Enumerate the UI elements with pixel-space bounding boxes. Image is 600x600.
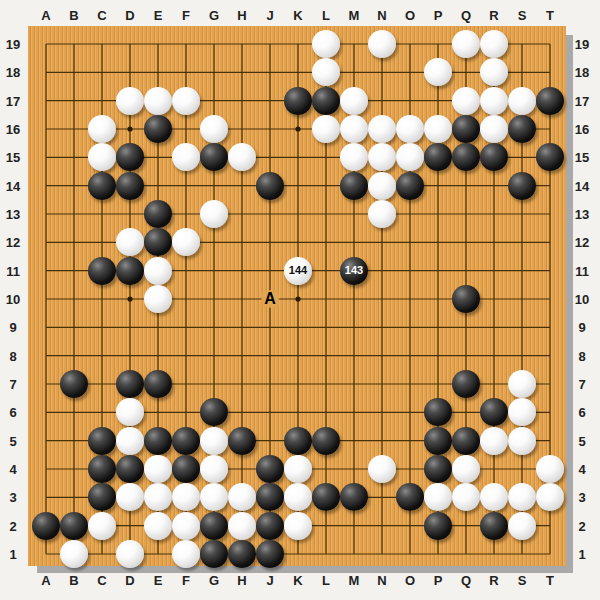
column-label-bottom: T	[546, 574, 554, 587]
black-stone-K5[interactable]	[284, 427, 312, 455]
white-stone-G3[interactable]	[200, 483, 228, 511]
row-label-left: 9	[9, 321, 16, 334]
white-stone-K3[interactable]	[284, 483, 312, 511]
white-stone-D1[interactable]	[116, 540, 144, 568]
white-stone-E11[interactable]	[144, 257, 172, 285]
white-stone-S7[interactable]	[508, 370, 536, 398]
white-stone-S5[interactable]	[508, 427, 536, 455]
column-label-top: G	[209, 9, 219, 22]
black-stone-M11[interactable]: 143	[340, 257, 368, 285]
black-stone-T15[interactable]	[536, 143, 564, 171]
row-label-right: 8	[578, 349, 585, 362]
row-label-right: 7	[578, 377, 585, 390]
white-stone-F12[interactable]	[172, 228, 200, 256]
column-label-top: O	[405, 9, 415, 22]
white-stone-B1[interactable]	[60, 540, 88, 568]
white-stone-Q3[interactable]	[452, 483, 480, 511]
column-label-bottom: Q	[461, 574, 471, 587]
column-label-top: F	[182, 9, 190, 22]
white-stone-F1[interactable]	[172, 540, 200, 568]
row-label-left: 11	[6, 264, 20, 277]
column-label-bottom: P	[434, 574, 443, 587]
white-stone-G5[interactable]	[200, 427, 228, 455]
white-stone-E4[interactable]	[144, 455, 172, 483]
black-stone-C11[interactable]	[88, 257, 116, 285]
white-stone-D17[interactable]	[116, 87, 144, 115]
black-stone-B2[interactable]	[60, 512, 88, 540]
column-label-bottom: N	[377, 574, 386, 587]
black-stone-E5[interactable]	[144, 427, 172, 455]
black-stone-L3[interactable]	[312, 483, 340, 511]
white-stone-Q19[interactable]	[452, 30, 480, 58]
column-label-bottom: M	[349, 574, 360, 587]
row-label-left: 3	[9, 491, 16, 504]
row-label-left: 19	[6, 38, 20, 51]
black-stone-Q7[interactable]	[452, 370, 480, 398]
black-stone-M3[interactable]	[340, 483, 368, 511]
row-label-left: 8	[9, 349, 16, 362]
black-stone-O14[interactable]	[396, 172, 424, 200]
row-label-right: 1	[578, 547, 585, 560]
row-label-left: 12	[6, 236, 20, 249]
white-stone-N15[interactable]	[368, 143, 396, 171]
row-label-right: 2	[578, 519, 585, 532]
black-stone-J2[interactable]	[256, 512, 284, 540]
row-label-right: 11	[575, 264, 589, 277]
column-label-top: C	[97, 9, 106, 22]
white-stone-E3[interactable]	[144, 483, 172, 511]
white-stone-D5[interactable]	[116, 427, 144, 455]
column-label-bottom: B	[69, 574, 78, 587]
black-stone-F5[interactable]	[172, 427, 200, 455]
row-label-right: 6	[578, 406, 585, 419]
row-label-right: 14	[575, 179, 589, 192]
column-label-top: T	[546, 9, 554, 22]
column-label-bottom: R	[489, 574, 498, 587]
row-label-right: 19	[575, 38, 589, 51]
column-label-bottom: O	[405, 574, 415, 587]
black-stone-C4[interactable]	[88, 455, 116, 483]
black-stone-E12[interactable]	[144, 228, 172, 256]
column-label-bottom: E	[154, 574, 163, 587]
white-stone-D6[interactable]	[116, 398, 144, 426]
row-label-left: 5	[9, 434, 16, 447]
white-stone-G4[interactable]	[200, 455, 228, 483]
column-label-top: J	[266, 9, 273, 22]
white-stone-T4[interactable]	[536, 455, 564, 483]
black-stone-G2[interactable]	[200, 512, 228, 540]
black-stone-Q16[interactable]	[452, 115, 480, 143]
black-stone-G6[interactable]	[200, 398, 228, 426]
black-stone-D11[interactable]	[116, 257, 144, 285]
black-stone-K17[interactable]	[284, 87, 312, 115]
row-label-right: 16	[575, 122, 589, 135]
black-stone-E7[interactable]	[144, 370, 172, 398]
black-stone-P15[interactable]	[424, 143, 452, 171]
black-stone-D15[interactable]	[116, 143, 144, 171]
black-stone-R2[interactable]	[480, 512, 508, 540]
row-label-right: 15	[575, 151, 589, 164]
black-stone-P5[interactable]	[424, 427, 452, 455]
white-stone-N4[interactable]	[368, 455, 396, 483]
black-stone-R6[interactable]	[480, 398, 508, 426]
white-stone-M17[interactable]	[340, 87, 368, 115]
black-stone-G1[interactable]	[200, 540, 228, 568]
black-stone-F4[interactable]	[172, 455, 200, 483]
row-label-right: 3	[578, 491, 585, 504]
white-stone-R16[interactable]	[480, 115, 508, 143]
white-stone-K2[interactable]	[284, 512, 312, 540]
row-label-right: 9	[578, 321, 585, 334]
white-stone-S3[interactable]	[508, 483, 536, 511]
column-label-bottom: J	[266, 574, 273, 587]
row-label-right: 12	[575, 236, 589, 249]
row-label-right: 10	[575, 292, 589, 305]
column-label-top: H	[237, 9, 246, 22]
white-stone-G13[interactable]	[200, 200, 228, 228]
black-stone-Q15[interactable]	[452, 143, 480, 171]
column-label-top: S	[518, 9, 527, 22]
row-label-left: 7	[9, 377, 16, 390]
column-label-top: N	[377, 9, 386, 22]
black-stone-S16[interactable]	[508, 115, 536, 143]
column-label-bottom: H	[237, 574, 246, 587]
column-label-bottom: S	[518, 574, 527, 587]
black-stone-P4[interactable]	[424, 455, 452, 483]
white-stone-G16[interactable]	[200, 115, 228, 143]
column-label-bottom: G	[209, 574, 219, 587]
go-game-screen: AABBCCDDEEFFGGHHJJKKLLMMNNOOPPQQRRSSTT19…	[0, 0, 600, 600]
white-stone-Q17[interactable]	[452, 87, 480, 115]
black-stone-B7[interactable]	[60, 370, 88, 398]
black-stone-C5[interactable]	[88, 427, 116, 455]
black-stone-A2[interactable]	[32, 512, 60, 540]
white-stone-R18[interactable]	[480, 58, 508, 86]
row-label-right: 4	[578, 462, 585, 475]
black-stone-T17[interactable]	[536, 87, 564, 115]
column-label-bottom: F	[182, 574, 190, 587]
white-stone-R17[interactable]	[480, 87, 508, 115]
white-stone-N14[interactable]	[368, 172, 396, 200]
column-label-bottom: D	[125, 574, 134, 587]
white-stone-L16[interactable]	[312, 115, 340, 143]
black-stone-G15[interactable]	[200, 143, 228, 171]
column-label-top: E	[154, 9, 163, 22]
white-stone-T3[interactable]	[536, 483, 564, 511]
black-stone-E13[interactable]	[144, 200, 172, 228]
white-stone-F15[interactable]	[172, 143, 200, 171]
black-stone-J4[interactable]	[256, 455, 284, 483]
column-label-top: Q	[461, 9, 471, 22]
white-stone-S17[interactable]	[508, 87, 536, 115]
black-stone-C14[interactable]	[88, 172, 116, 200]
black-stone-D14[interactable]	[116, 172, 144, 200]
white-stone-M16[interactable]	[340, 115, 368, 143]
black-stone-P2[interactable]	[424, 512, 452, 540]
white-stone-F3[interactable]	[172, 483, 200, 511]
row-label-left: 18	[6, 66, 20, 79]
white-stone-C15[interactable]	[88, 143, 116, 171]
white-stone-M15[interactable]	[340, 143, 368, 171]
row-label-left: 17	[6, 94, 20, 107]
black-stone-Q10[interactable]	[452, 285, 480, 313]
black-stone-J1[interactable]	[256, 540, 284, 568]
row-label-right: 5	[578, 434, 585, 447]
point-annotation-J10[interactable]: A	[261, 290, 279, 308]
white-stone-L18[interactable]	[312, 58, 340, 86]
white-stone-S2[interactable]	[508, 512, 536, 540]
white-stone-P3[interactable]	[424, 483, 452, 511]
white-stone-K4[interactable]	[284, 455, 312, 483]
black-stone-C3[interactable]	[88, 483, 116, 511]
column-label-top: L	[322, 9, 330, 22]
row-label-left: 6	[9, 406, 16, 419]
white-stone-C2[interactable]	[88, 512, 116, 540]
black-stone-J3[interactable]	[256, 483, 284, 511]
column-label-bottom: K	[293, 574, 302, 587]
black-stone-O3[interactable]	[396, 483, 424, 511]
white-stone-E10[interactable]	[144, 285, 172, 313]
black-stone-M14[interactable]	[340, 172, 368, 200]
black-stone-P6[interactable]	[424, 398, 452, 426]
column-label-top: K	[293, 9, 302, 22]
row-label-left: 13	[6, 207, 20, 220]
black-stone-L5[interactable]	[312, 427, 340, 455]
white-stone-N13[interactable]	[368, 200, 396, 228]
black-stone-H1[interactable]	[228, 540, 256, 568]
white-stone-R19[interactable]	[480, 30, 508, 58]
white-stone-E2[interactable]	[144, 512, 172, 540]
white-stone-K11[interactable]: 144	[284, 257, 312, 285]
white-stone-E17[interactable]	[144, 87, 172, 115]
white-stone-N16[interactable]	[368, 115, 396, 143]
black-stone-Q5[interactable]	[452, 427, 480, 455]
white-stone-P18[interactable]	[424, 58, 452, 86]
white-stone-Q4[interactable]	[452, 455, 480, 483]
white-stone-H3[interactable]	[228, 483, 256, 511]
white-stone-R5[interactable]	[480, 427, 508, 455]
white-stone-H15[interactable]	[228, 143, 256, 171]
row-label-left: 1	[9, 547, 16, 560]
white-stone-N19[interactable]	[368, 30, 396, 58]
column-label-top: P	[434, 9, 443, 22]
white-stone-C16[interactable]	[88, 115, 116, 143]
row-label-left: 15	[6, 151, 20, 164]
column-label-bottom: L	[322, 574, 330, 587]
row-label-right: 13	[575, 207, 589, 220]
black-stone-D4[interactable]	[116, 455, 144, 483]
white-stone-D12[interactable]	[116, 228, 144, 256]
row-label-left: 16	[6, 122, 20, 135]
white-stone-P16[interactable]	[424, 115, 452, 143]
black-stone-L17[interactable]	[312, 87, 340, 115]
row-label-right: 17	[575, 94, 589, 107]
black-stone-D7[interactable]	[116, 370, 144, 398]
row-label-left: 2	[9, 519, 16, 532]
black-stone-S14[interactable]	[508, 172, 536, 200]
column-label-top: D	[125, 9, 134, 22]
column-label-top: B	[69, 9, 78, 22]
column-label-top: R	[489, 9, 498, 22]
white-stone-O15[interactable]	[396, 143, 424, 171]
white-stone-O16[interactable]	[396, 115, 424, 143]
row-label-left: 14	[6, 179, 20, 192]
black-stone-R15[interactable]	[480, 143, 508, 171]
column-label-top: A	[41, 9, 50, 22]
column-label-bottom: A	[41, 574, 50, 587]
column-label-bottom: C	[97, 574, 106, 587]
row-label-left: 10	[6, 292, 20, 305]
white-stone-F2[interactable]	[172, 512, 200, 540]
black-stone-H5[interactable]	[228, 427, 256, 455]
white-stone-R3[interactable]	[480, 483, 508, 511]
black-stone-J14[interactable]	[256, 172, 284, 200]
row-label-left: 4	[9, 462, 16, 475]
white-stone-H2[interactable]	[228, 512, 256, 540]
column-label-top: M	[349, 9, 360, 22]
white-stone-F17[interactable]	[172, 87, 200, 115]
black-stone-E16[interactable]	[144, 115, 172, 143]
white-stone-S6[interactable]	[508, 398, 536, 426]
row-label-right: 18	[575, 66, 589, 79]
white-stone-D3[interactable]	[116, 483, 144, 511]
white-stone-L19[interactable]	[312, 30, 340, 58]
